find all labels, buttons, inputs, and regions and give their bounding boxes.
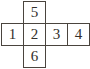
net-cell-5: 5 xyxy=(23,1,46,24)
page: 512346 xyxy=(0,0,90,69)
cube-net-board: 512346 xyxy=(0,0,90,69)
net-cell-1: 1 xyxy=(1,23,24,46)
net-cell-6: 6 xyxy=(23,45,46,68)
net-cell-3: 3 xyxy=(45,23,68,46)
net-cell-2: 2 xyxy=(23,23,46,46)
net-cell-4: 4 xyxy=(67,23,90,46)
